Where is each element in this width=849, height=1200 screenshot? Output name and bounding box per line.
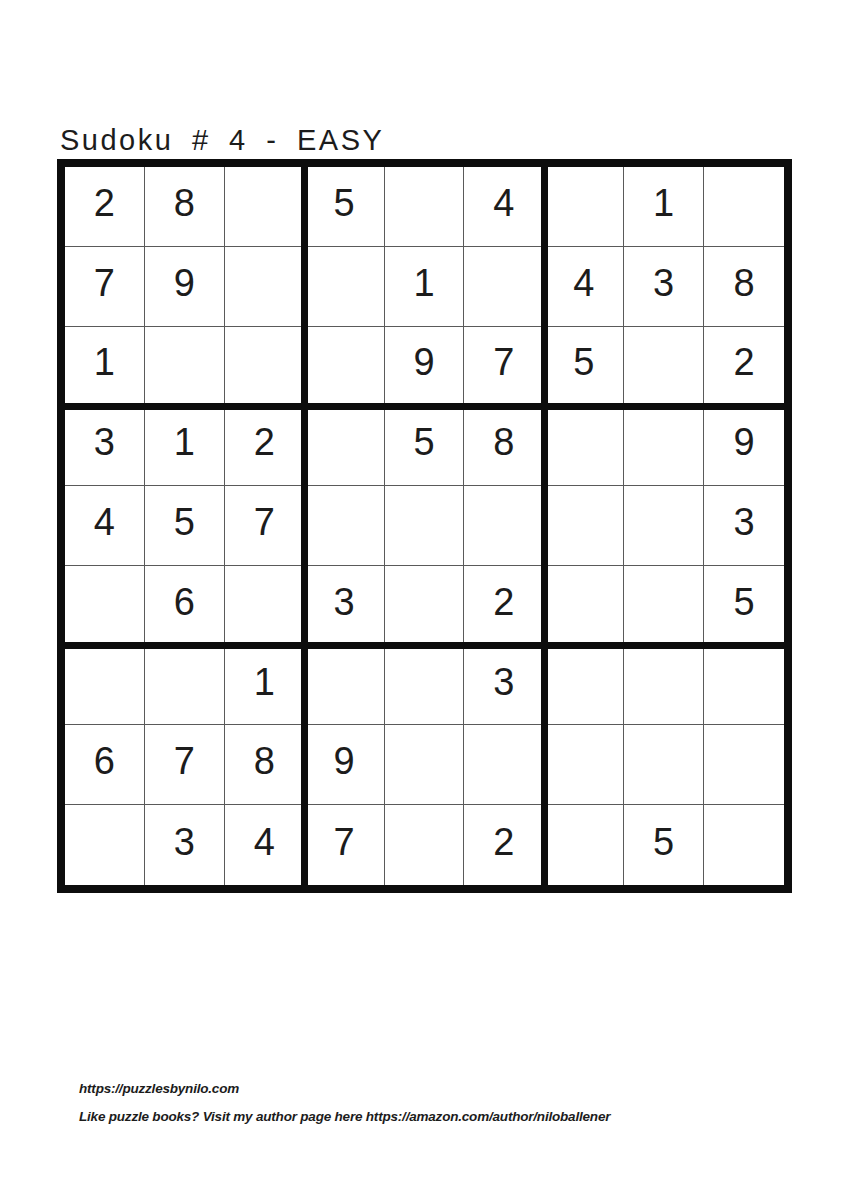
cell-r3c8[interactable] <box>624 327 704 407</box>
cell-r9c6: 2 <box>464 805 544 885</box>
cell-r4c7[interactable] <box>544 406 624 486</box>
cell-r6c6: 2 <box>464 566 544 646</box>
cell-r4c9: 9 <box>704 406 784 486</box>
cell-r1c6: 4 <box>464 167 544 247</box>
cell-r2c5: 1 <box>385 247 465 327</box>
cell-r1c7[interactable] <box>544 167 624 247</box>
cell-r3c6: 7 <box>464 327 544 407</box>
puzzle-title: Sudoku # 4 - EASY <box>60 124 384 157</box>
cell-r4c2: 1 <box>145 406 225 486</box>
cell-r3c7: 5 <box>544 327 624 407</box>
cell-r1c2: 8 <box>145 167 225 247</box>
cell-r6c1[interactable] <box>65 566 145 646</box>
cell-r6c9: 5 <box>704 566 784 646</box>
cell-r9c7[interactable] <box>544 805 624 885</box>
cell-r3c9: 2 <box>704 327 784 407</box>
cell-r7c1[interactable] <box>65 646 145 726</box>
cell-r6c3[interactable] <box>225 566 305 646</box>
cell-r8c5[interactable] <box>385 725 465 805</box>
cell-r6c5[interactable] <box>385 566 465 646</box>
cell-r6c7[interactable] <box>544 566 624 646</box>
cell-r7c7[interactable] <box>544 646 624 726</box>
cell-r2c7: 4 <box>544 247 624 327</box>
site-url-link[interactable]: https://puzzlesbynilo.com <box>79 1081 610 1096</box>
cell-r6c8[interactable] <box>624 566 704 646</box>
cell-r5c8[interactable] <box>624 486 704 566</box>
cell-r1c8: 1 <box>624 167 704 247</box>
cell-r7c6: 3 <box>464 646 544 726</box>
cell-r8c9[interactable] <box>704 725 784 805</box>
cell-r1c9[interactable] <box>704 167 784 247</box>
cell-r9c3: 4 <box>225 805 305 885</box>
cell-r4c1: 3 <box>65 406 145 486</box>
cell-r3c1: 1 <box>65 327 145 407</box>
cell-r9c9[interactable] <box>704 805 784 885</box>
cell-r9c8: 5 <box>624 805 704 885</box>
cell-r7c8[interactable] <box>624 646 704 726</box>
cell-r5c1: 4 <box>65 486 145 566</box>
cell-r9c1[interactable] <box>65 805 145 885</box>
cell-r3c3[interactable] <box>225 327 305 407</box>
cell-r9c2: 3 <box>145 805 225 885</box>
cell-r5c2: 5 <box>145 486 225 566</box>
cell-r8c2: 7 <box>145 725 225 805</box>
cell-r3c4[interactable] <box>305 327 385 407</box>
cell-r7c3: 1 <box>225 646 305 726</box>
cell-r8c8[interactable] <box>624 725 704 805</box>
cell-r7c9[interactable] <box>704 646 784 726</box>
cell-r1c5[interactable] <box>385 167 465 247</box>
author-page-link[interactable]: Like puzzle books? Visit my author page … <box>79 1109 610 1124</box>
cell-r2c6[interactable] <box>464 247 544 327</box>
cell-r9c5[interactable] <box>385 805 465 885</box>
cell-r4c6: 8 <box>464 406 544 486</box>
puzzle-page: Sudoku # 4 - EASY 2854179143819752312589… <box>0 0 849 1200</box>
cell-r8c3: 8 <box>225 725 305 805</box>
cell-r5c5[interactable] <box>385 486 465 566</box>
cell-r2c4[interactable] <box>305 247 385 327</box>
cell-r6c4: 3 <box>305 566 385 646</box>
sudoku-grid: 2854179143819752312589457363251367893472… <box>65 167 784 885</box>
cell-r8c7[interactable] <box>544 725 624 805</box>
cell-r5c6[interactable] <box>464 486 544 566</box>
cell-r8c4: 9 <box>305 725 385 805</box>
cell-r7c4[interactable] <box>305 646 385 726</box>
cell-r1c3[interactable] <box>225 167 305 247</box>
cell-r3c5: 9 <box>385 327 465 407</box>
cell-r5c7[interactable] <box>544 486 624 566</box>
cell-r1c4: 5 <box>305 167 385 247</box>
cell-r4c8[interactable] <box>624 406 704 486</box>
cell-r4c5: 5 <box>385 406 465 486</box>
cell-r5c4[interactable] <box>305 486 385 566</box>
cell-r2c3[interactable] <box>225 247 305 327</box>
cell-r2c8: 3 <box>624 247 704 327</box>
cell-r5c3: 7 <box>225 486 305 566</box>
sudoku-board: 2854179143819752312589457363251367893472… <box>57 159 792 893</box>
cell-r5c9: 3 <box>704 486 784 566</box>
cell-r7c5[interactable] <box>385 646 465 726</box>
cell-r2c1: 7 <box>65 247 145 327</box>
cell-r1c1: 2 <box>65 167 145 247</box>
cell-r8c1: 6 <box>65 725 145 805</box>
footer: https://puzzlesbynilo.com Like puzzle bo… <box>79 1081 610 1137</box>
cell-r3c2[interactable] <box>145 327 225 407</box>
cell-r4c4[interactable] <box>305 406 385 486</box>
cell-r4c3: 2 <box>225 406 305 486</box>
cell-r6c2: 6 <box>145 566 225 646</box>
cell-r2c9: 8 <box>704 247 784 327</box>
cell-r9c4: 7 <box>305 805 385 885</box>
cell-r7c2[interactable] <box>145 646 225 726</box>
cell-r8c6[interactable] <box>464 725 544 805</box>
cell-r2c2: 9 <box>145 247 225 327</box>
